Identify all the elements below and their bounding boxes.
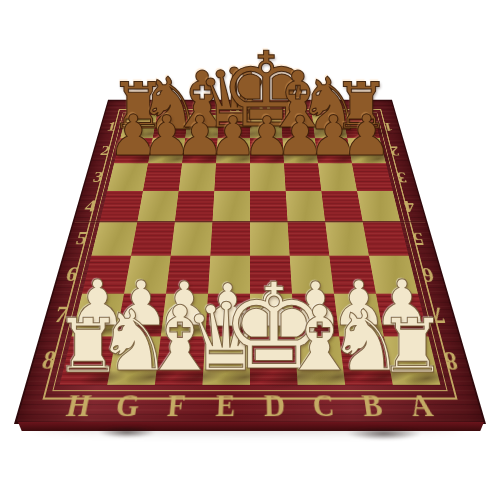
file-label-D: D [259, 101, 273, 114]
square-c7[interactable] [292, 294, 339, 337]
square-d5[interactable] [250, 222, 290, 256]
rank-label-2: 2 [388, 144, 401, 158]
file-label-C: C [289, 101, 303, 114]
file-label-B: B [319, 101, 333, 114]
square-f5[interactable] [171, 222, 213, 256]
chess-board: HGFEDCBA HGFEDCBA 12345678 12345678 [14, 100, 486, 424]
rank-label-3: 3 [395, 169, 408, 184]
file-labels-bottom: HGFEDCBA [50, 387, 449, 423]
square-h2[interactable] [114, 138, 153, 163]
file-label-G: G [165, 101, 181, 114]
square-b3[interactable] [318, 163, 357, 191]
square-a3[interactable] [352, 163, 393, 191]
file-label-D: D [264, 389, 286, 422]
square-f7[interactable] [161, 294, 208, 337]
file-label-E: E [228, 101, 241, 114]
square-b4[interactable] [321, 191, 362, 222]
square-b2[interactable] [315, 138, 352, 163]
square-f4[interactable] [175, 191, 214, 222]
square-g1[interactable] [153, 115, 188, 138]
file-label-F: F [198, 101, 210, 114]
square-h3[interactable] [107, 163, 148, 191]
square-c3[interactable] [284, 163, 321, 191]
rank-label-7: 7 [430, 303, 448, 326]
square-g3[interactable] [143, 163, 182, 191]
square-c4[interactable] [286, 191, 325, 222]
file-label-G: G [114, 389, 142, 422]
square-h6[interactable] [82, 256, 131, 294]
rank-label-3: 3 [91, 169, 104, 184]
square-h4[interactable] [100, 191, 143, 222]
square-d8[interactable] [250, 336, 298, 384]
file-label-F: F [166, 389, 187, 422]
square-d3[interactable] [250, 163, 286, 191]
board-foot-shadow [346, 427, 422, 440]
file-label-A: A [349, 101, 365, 114]
file-label-H: H [64, 389, 94, 422]
board-squares-grid [60, 115, 441, 385]
square-f8[interactable] [155, 336, 206, 384]
square-d1[interactable] [250, 115, 282, 138]
square-h5[interactable] [91, 222, 137, 256]
chessboard-photo: HGFEDCBA HGFEDCBA 12345678 12345678 ♜♞♝♛… [0, 0, 500, 500]
square-c6[interactable] [290, 256, 334, 294]
square-b6[interactable] [329, 256, 376, 294]
square-e1[interactable] [218, 115, 250, 138]
square-c1[interactable] [281, 115, 315, 138]
square-a2[interactable] [347, 138, 386, 163]
rank-label-6: 6 [64, 264, 81, 285]
square-e3[interactable] [214, 163, 250, 191]
square-b1[interactable] [312, 115, 347, 138]
board-fold-seam [75, 221, 426, 223]
square-g2[interactable] [148, 138, 185, 163]
square-e4[interactable] [212, 191, 250, 222]
file-label-A: A [407, 389, 435, 422]
file-label-C: C [311, 389, 335, 422]
file-label-B: B [360, 389, 385, 422]
rank-label-1: 1 [382, 120, 394, 132]
square-e2[interactable] [216, 138, 250, 163]
square-g6[interactable] [124, 256, 171, 294]
rank-label-4: 4 [83, 198, 97, 215]
rank-label-2: 2 [99, 144, 112, 158]
square-c8[interactable] [295, 336, 346, 384]
rank-label-6: 6 [420, 264, 437, 285]
square-f1[interactable] [185, 115, 219, 138]
square-e5[interactable] [210, 222, 250, 256]
rank-label-7: 7 [52, 303, 70, 326]
rank-label-8: 8 [441, 347, 460, 373]
square-d6[interactable] [250, 256, 292, 294]
file-label-E: E [215, 389, 236, 422]
square-a4[interactable] [357, 191, 400, 222]
file-labels-top: HGFEDCBA [126, 101, 374, 115]
board-foot-shadow [98, 426, 156, 438]
square-h1[interactable] [120, 115, 157, 138]
square-c5[interactable] [288, 222, 330, 256]
square-a5[interactable] [363, 222, 409, 256]
square-a1[interactable] [343, 115, 380, 138]
square-f6[interactable] [166, 256, 210, 294]
square-e7[interactable] [205, 294, 250, 337]
rank-label-5: 5 [74, 229, 89, 247]
square-d7[interactable] [250, 294, 295, 337]
square-g8[interactable] [107, 336, 161, 384]
square-d4[interactable] [250, 191, 288, 222]
square-f3[interactable] [179, 163, 216, 191]
square-c2[interactable] [282, 138, 318, 163]
rank-label-4: 4 [403, 198, 417, 215]
rank-label-8: 8 [39, 347, 58, 373]
square-g7[interactable] [116, 294, 166, 337]
rank-label-5: 5 [411, 229, 426, 247]
square-b5[interactable] [325, 222, 369, 256]
square-e6[interactable] [208, 256, 250, 294]
square-g5[interactable] [131, 222, 175, 256]
rank-label-1: 1 [106, 120, 118, 132]
square-g4[interactable] [137, 191, 178, 222]
square-d2[interactable] [250, 138, 284, 163]
square-e8[interactable] [202, 336, 250, 384]
file-label-H: H [134, 101, 151, 114]
square-f2[interactable] [182, 138, 218, 163]
